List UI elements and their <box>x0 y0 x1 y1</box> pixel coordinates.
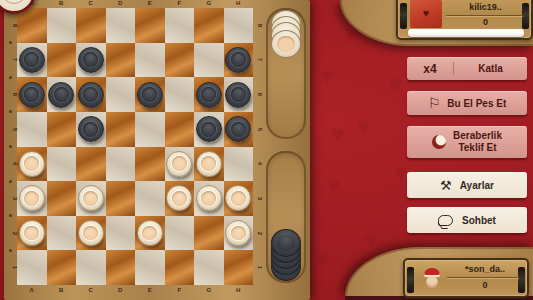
square-e5[interactable] <box>135 112 165 147</box>
white-man-a4[interactable] <box>19 151 45 177</box>
white-man-a2[interactable] <box>19 220 45 246</box>
square-e8[interactable] <box>135 8 165 43</box>
black-man-g6[interactable] <box>196 82 222 108</box>
square-g7[interactable] <box>194 43 224 78</box>
rank-label-right-3: 3 <box>256 194 263 203</box>
double-label: Katla <box>454 63 527 74</box>
rank-label-right-2: 2 <box>256 229 263 238</box>
player-name: *son_da.. <box>447 264 523 274</box>
file-label-top-b: B <box>57 0 66 7</box>
black-man-c6[interactable] <box>78 82 104 108</box>
black-man-g5[interactable] <box>196 116 222 142</box>
square-b8[interactable] <box>47 8 77 43</box>
file-label-top-f: F <box>175 0 184 7</box>
rank-label-left-2: 2 <box>11 229 18 238</box>
frame-screw <box>9 249 12 252</box>
square-a4[interactable] <box>17 147 47 182</box>
settings-button[interactable]: ⚒ Ayarlar <box>407 172 527 198</box>
square-c4[interactable] <box>76 147 106 182</box>
square-a2[interactable] <box>17 216 47 251</box>
file-label-top-e: E <box>145 0 154 7</box>
heart-icon: ♥ <box>423 7 430 19</box>
square-h8[interactable] <box>224 8 254 43</box>
square-h1[interactable] <box>224 250 254 285</box>
draw-piece-icon <box>432 135 446 149</box>
square-f7[interactable] <box>165 43 195 78</box>
square-a3[interactable] <box>17 181 47 216</box>
black-man-e6[interactable] <box>137 82 163 108</box>
square-g1[interactable] <box>194 250 224 285</box>
player-panel: *son_da.. 0 <box>403 258 529 298</box>
square-c5[interactable] <box>76 112 106 147</box>
square-d8[interactable] <box>106 8 136 43</box>
square-g4[interactable] <box>194 147 224 182</box>
file-label-top-g: G <box>204 0 213 7</box>
square-f5[interactable] <box>165 112 195 147</box>
offer-draw-button[interactable]: Beraberlik Teklif Et <box>407 126 527 158</box>
black-man-h7[interactable] <box>225 47 251 73</box>
square-c2[interactable] <box>76 216 106 251</box>
square-h7[interactable] <box>224 43 254 78</box>
black-man-h6[interactable] <box>225 82 251 108</box>
square-e7[interactable] <box>135 43 165 78</box>
square-g5[interactable] <box>194 112 224 147</box>
game-screen: ♥♥♥♥♥♥♥♥♥♥ AABBCCDDEEFFGGHH8877665544332… <box>0 0 533 300</box>
player-score: 0 <box>447 280 523 290</box>
white-man-a3[interactable] <box>19 185 45 211</box>
captured-black-piece <box>271 229 301 257</box>
heart-pattern-glyph: ♥ <box>364 226 378 254</box>
white-man-e2[interactable] <box>137 220 163 246</box>
black-man-b6[interactable] <box>48 82 74 108</box>
file-label-bottom-f: F <box>175 287 184 294</box>
square-b2[interactable] <box>47 216 77 251</box>
square-f1[interactable] <box>165 250 195 285</box>
square-f8[interactable] <box>165 8 195 43</box>
square-h5[interactable] <box>224 112 254 147</box>
square-h2[interactable] <box>224 216 254 251</box>
square-e4[interactable] <box>135 147 165 182</box>
square-c3[interactable] <box>76 181 106 216</box>
chat-button[interactable]: Sohbet <box>407 207 527 233</box>
settings-label: Ayarlar <box>460 180 494 191</box>
square-h4[interactable] <box>224 147 254 182</box>
white-man-g4[interactable] <box>196 151 222 177</box>
square-e6[interactable] <box>135 77 165 112</box>
square-a1[interactable] <box>17 250 47 285</box>
square-g6[interactable] <box>194 77 224 112</box>
square-d4[interactable] <box>106 147 136 182</box>
tools-icon: ⚒ <box>440 179 452 192</box>
square-d3[interactable] <box>106 181 136 216</box>
square-e3[interactable] <box>135 181 165 216</box>
double-stake-button[interactable]: x4 Katla <box>407 57 527 80</box>
resign-label: Bu El Pes Et <box>447 98 506 109</box>
opponent-score: 0 <box>446 17 525 27</box>
opponent-panel: ♥ kilic19.. 0 <box>396 0 533 40</box>
square-d6[interactable] <box>106 77 136 112</box>
turn-timer-bar <box>408 29 524 37</box>
heart-pattern-glyph: ♥ <box>388 70 402 98</box>
file-label-bottom-d: D <box>116 287 125 294</box>
chat-label: Sohbet <box>462 215 496 226</box>
file-label-top-h: H <box>234 0 243 7</box>
frame-screw <box>9 110 12 113</box>
board-grid <box>17 8 253 285</box>
file-label-bottom-a: A <box>27 287 36 294</box>
square-c6[interactable] <box>76 77 106 112</box>
square-a5[interactable] <box>17 112 47 147</box>
player-avatar <box>423 268 441 289</box>
rank-label-right-8: 8 <box>256 21 263 30</box>
heart-pattern-glyph: ♥ <box>316 246 330 274</box>
file-label-bottom-h: H <box>234 287 243 294</box>
file-label-bottom-g: G <box>204 287 213 294</box>
square-d7[interactable] <box>106 43 136 78</box>
black-man-a6[interactable] <box>19 82 45 108</box>
file-label-bottom-b: B <box>57 287 66 294</box>
chat-bubble-icon <box>438 215 453 226</box>
opponent-name: kilic19.. <box>446 2 525 12</box>
square-b7[interactable] <box>47 43 77 78</box>
square-g2[interactable] <box>194 216 224 251</box>
rank-label-left-1: 1 <box>11 263 18 272</box>
heart-pattern-glyph: ♥ <box>320 62 334 90</box>
rank-label-left-8: 8 <box>11 21 18 30</box>
square-b6[interactable] <box>47 77 77 112</box>
draw-label-line1: Beraberlik <box>453 130 502 141</box>
panel-divider <box>446 15 523 16</box>
square-b5[interactable] <box>47 112 77 147</box>
square-f4[interactable] <box>165 147 195 182</box>
file-label-bottom-e: E <box>145 287 154 294</box>
square-a8[interactable] <box>17 8 47 43</box>
frame-screw <box>9 76 12 79</box>
black-man-c5[interactable] <box>78 116 104 142</box>
rank-label-right-1: 1 <box>256 263 263 272</box>
square-h6[interactable] <box>224 77 254 112</box>
white-man-h2[interactable] <box>225 220 251 246</box>
black-man-c7[interactable] <box>78 47 104 73</box>
black-man-h5[interactable] <box>225 116 251 142</box>
flag-icon: ⚐ <box>428 96 441 110</box>
black-man-a7[interactable] <box>19 47 45 73</box>
white-man-f4[interactable] <box>166 151 192 177</box>
square-b4[interactable] <box>47 147 77 182</box>
heart-pattern-glyph: ♥ <box>326 172 340 200</box>
square-c7[interactable] <box>76 43 106 78</box>
square-g3[interactable] <box>194 181 224 216</box>
frame-screw <box>9 180 12 183</box>
panel-divider <box>447 277 519 278</box>
white-man-g3[interactable] <box>196 185 222 211</box>
board-frame: AABBCCDDEEFFGGHH8877665544332211 <box>4 0 310 300</box>
rank-label-right-7: 7 <box>256 55 263 64</box>
opponent-avatar: ♥ <box>410 0 442 28</box>
square-b1[interactable] <box>47 250 77 285</box>
square-c1[interactable] <box>76 250 106 285</box>
square-f3[interactable] <box>165 181 195 216</box>
captured-black-tray <box>266 151 306 283</box>
rank-label-left-7: 7 <box>11 55 18 64</box>
file-label-top-d: D <box>116 0 125 7</box>
square-b3[interactable] <box>47 181 77 216</box>
heart-pattern-glyph: ♥ <box>356 112 370 140</box>
square-d5[interactable] <box>106 112 136 147</box>
white-man-c3[interactable] <box>78 185 104 211</box>
file-label-bottom-c: C <box>86 287 95 294</box>
rank-label-right-6: 6 <box>256 90 263 99</box>
panel-clamp-left <box>407 267 414 293</box>
resign-button[interactable]: ⚐ Bu El Pes Et <box>407 91 527 115</box>
white-man-f3[interactable] <box>166 185 192 211</box>
square-d2[interactable] <box>106 216 136 251</box>
captured-white-piece <box>271 30 301 58</box>
white-man-h3[interactable] <box>225 185 251 211</box>
square-c8[interactable] <box>76 8 106 43</box>
captured-white-tray <box>266 8 306 139</box>
frame-screw <box>9 145 12 148</box>
white-man-c2[interactable] <box>78 220 104 246</box>
rank-label-left-4: 4 <box>11 159 18 168</box>
double-multiplier: x4 <box>407 62 453 76</box>
square-f6[interactable] <box>165 77 195 112</box>
rank-label-left-6: 6 <box>11 90 18 99</box>
rank-label-right-5: 5 <box>256 125 263 134</box>
square-e1[interactable] <box>135 250 165 285</box>
heart-pattern-glyph: ♥ <box>330 120 344 148</box>
frame-screw <box>9 41 12 44</box>
square-e2[interactable] <box>135 216 165 251</box>
square-a7[interactable] <box>17 43 47 78</box>
rank-label-left-5: 5 <box>11 125 18 134</box>
draw-label-line2: Teklif Et <box>458 142 496 153</box>
rank-label-right-4: 4 <box>256 159 263 168</box>
square-a6[interactable] <box>17 77 47 112</box>
square-g8[interactable] <box>194 8 224 43</box>
square-f2[interactable] <box>165 216 195 251</box>
avatar-face <box>426 276 438 288</box>
frame-screw <box>9 214 12 217</box>
file-label-top-c: C <box>86 0 95 7</box>
square-h3[interactable] <box>224 181 254 216</box>
rank-label-left-3: 3 <box>11 194 18 203</box>
panel-clamp-left <box>400 3 407 29</box>
square-d1[interactable] <box>106 250 136 285</box>
